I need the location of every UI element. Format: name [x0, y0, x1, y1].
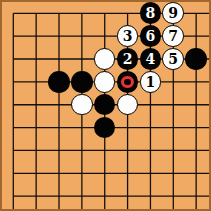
red-circle-marker — [121, 76, 134, 89]
go-board[interactable]: 893672451 — [0, 0, 211, 211]
stone-black-4-c7r3[interactable]: 4 — [140, 48, 162, 70]
stone-white-c5r4[interactable] — [94, 71, 116, 93]
stone-white-1-c7r4[interactable]: 1 — [140, 71, 162, 93]
stone-number-label: 9 — [168, 6, 178, 20]
stone-number-label: 5 — [168, 52, 178, 66]
stone-black-c3r4[interactable] — [48, 71, 70, 93]
stone-number-label: 4 — [145, 52, 155, 66]
stone-black-c9r3[interactable] — [185, 48, 207, 70]
stone-black-c5r6[interactable] — [94, 117, 116, 139]
stone-white-9-c8r1[interactable]: 9 — [162, 2, 184, 24]
stone-number-label: 1 — [145, 75, 155, 89]
stone-number-label: 7 — [168, 29, 178, 43]
stone-black-c6r4[interactable] — [117, 71, 139, 93]
stone-black-2-c6r3[interactable]: 2 — [117, 48, 139, 70]
stone-white-c5r3[interactable] — [94, 48, 116, 70]
stone-number-label: 6 — [145, 29, 155, 43]
stone-white-3-c6r2[interactable]: 3 — [117, 25, 139, 47]
stone-black-c5r5[interactable] — [94, 94, 116, 116]
stone-number-label: 8 — [145, 6, 155, 20]
stone-black-6-c7r2[interactable]: 6 — [140, 25, 162, 47]
stones-layer: 893672451 — [2, 2, 208, 208]
stone-black-c4r4[interactable] — [71, 71, 93, 93]
stone-white-c6r5[interactable] — [117, 94, 139, 116]
stone-black-8-c7r1[interactable]: 8 — [140, 2, 162, 24]
stone-number-label: 2 — [123, 52, 133, 66]
stone-white-5-c8r3[interactable]: 5 — [162, 48, 184, 70]
stone-white-c4r5[interactable] — [71, 94, 93, 116]
stone-number-label: 3 — [123, 29, 133, 43]
stone-white-7-c8r2[interactable]: 7 — [162, 25, 184, 47]
